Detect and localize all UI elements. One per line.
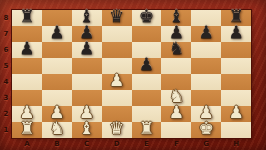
square-c5[interactable] [72,58,102,74]
black-pawn-piece: ♟ [12,40,42,57]
file-label-h: H [221,138,251,150]
square-e7[interactable] [132,26,162,42]
square-c8[interactable]: ♝ [72,10,102,26]
square-h3[interactable] [221,90,251,106]
square-a2[interactable]: ♟ [12,106,42,122]
white-knight-piece: ♞ [161,88,191,105]
black-queen-piece: ♛ [102,8,132,25]
black-pawn-piece: ♟ [161,24,191,41]
square-e5[interactable]: ♟ [132,58,162,74]
square-d7[interactable] [102,26,132,42]
square-f8[interactable]: ♝ [161,10,191,26]
square-h4[interactable] [221,74,251,90]
black-bishop-piece: ♝ [161,8,191,25]
square-e8[interactable]: ♚ [132,10,162,26]
square-g6[interactable] [191,42,221,58]
white-rook-piece: ♜ [132,120,162,137]
square-h5[interactable] [221,58,251,74]
square-f2[interactable]: ♟ [161,106,191,122]
square-a4[interactable] [12,74,42,90]
white-knight-piece: ♞ [42,120,72,137]
square-g3[interactable] [191,90,221,106]
square-b5[interactable] [42,58,72,74]
square-e3[interactable] [132,90,162,106]
square-f7[interactable]: ♟ [161,26,191,42]
square-g5[interactable] [191,58,221,74]
white-queen-piece: ♛ [102,120,132,137]
black-pawn-piece: ♟ [132,56,162,73]
black-pawn-piece: ♟ [72,40,102,57]
square-c6[interactable]: ♟ [72,42,102,58]
square-a7[interactable] [12,26,42,42]
black-pawn-piece: ♟ [72,24,102,41]
rank-label-3: 3 [0,90,12,106]
square-a5[interactable] [12,58,42,74]
black-rook-piece: ♜ [221,8,251,25]
square-d8[interactable]: ♛ [102,10,132,26]
file-label-c: C [72,138,102,150]
square-h1[interactable] [221,122,251,138]
file-label-a: A [12,138,42,150]
square-e4[interactable] [132,74,162,90]
white-pawn-piece: ♟ [12,104,42,121]
white-pawn-piece: ♟ [191,104,221,121]
square-b8[interactable] [42,10,72,26]
black-rook-piece: ♜ [12,8,42,25]
black-pawn-piece: ♟ [42,24,72,41]
square-h8[interactable]: ♜ [221,10,251,26]
square-g1[interactable]: ♚ [191,122,221,138]
square-b3[interactable] [42,90,72,106]
black-knight-piece: ♞ [161,40,191,57]
white-pawn-piece: ♟ [102,72,132,89]
white-pawn-piece: ♟ [72,104,102,121]
square-a6[interactable]: ♟ [12,42,42,58]
rank-label-6: 6 [0,42,12,58]
square-h7[interactable]: ♟ [221,26,251,42]
white-king-piece: ♚ [191,120,221,137]
file-label-g: G [191,138,221,150]
square-d6[interactable] [102,42,132,58]
rank-label-1: 1 [0,122,12,138]
square-e2[interactable] [132,106,162,122]
square-e1[interactable]: ♜ [132,122,162,138]
rank-label-2: 2 [0,106,12,122]
square-d3[interactable] [102,90,132,106]
square-b6[interactable] [42,42,72,58]
rank-label-5: 5 [0,58,12,74]
square-h6[interactable] [221,42,251,58]
board: ♜♝♛♚♝♜♟♟♟♟♟♟♟♞♟♟♞♟♟♟♟♟♟♜♞♝♛♜♚ [12,10,251,138]
white-pawn-piece: ♟ [161,104,191,121]
rank-labels: 87654321 [0,10,12,138]
square-d2[interactable] [102,106,132,122]
white-pawn-piece: ♟ [42,104,72,121]
square-c7[interactable]: ♟ [72,26,102,42]
square-f1[interactable] [161,122,191,138]
file-label-e: E [132,138,162,150]
black-bishop-piece: ♝ [72,8,102,25]
rank-label-4: 4 [0,74,12,90]
square-d4[interactable]: ♟ [102,74,132,90]
square-b7[interactable]: ♟ [42,26,72,42]
black-king-piece: ♚ [132,8,162,25]
square-f4[interactable] [161,74,191,90]
square-g7[interactable]: ♟ [191,26,221,42]
square-c3[interactable] [72,90,102,106]
rank-label-7: 7 [0,26,12,42]
square-f5[interactable] [161,58,191,74]
square-a8[interactable]: ♜ [12,10,42,26]
square-h2[interactable]: ♟ [221,106,251,122]
square-c1[interactable]: ♝ [72,122,102,138]
square-c2[interactable]: ♟ [72,106,102,122]
file-label-f: F [161,138,191,150]
square-d5[interactable] [102,58,132,74]
square-f3[interactable]: ♞ [161,90,191,106]
square-g4[interactable] [191,74,221,90]
file-label-b: B [42,138,72,150]
square-g2[interactable]: ♟ [191,106,221,122]
white-rook-piece: ♜ [12,120,42,137]
square-a1[interactable]: ♜ [12,122,42,138]
chess-board-widget: 87654321 ♜♝♛♚♝♜♟♟♟♟♟♟♟♞♟♟♞♟♟♟♟♟♟♜♞♝♛♜♚ A… [0,0,266,150]
square-b4[interactable] [42,74,72,90]
square-f6[interactable]: ♞ [161,42,191,58]
rank-label-8: 8 [0,10,12,26]
white-bishop-piece: ♝ [72,120,102,137]
white-pawn-piece: ♟ [221,104,251,121]
square-a3[interactable] [12,90,42,106]
black-pawn-piece: ♟ [191,24,221,41]
file-label-d: D [102,138,132,150]
square-g8[interactable] [191,10,221,26]
square-d1[interactable]: ♛ [102,122,132,138]
square-c4[interactable] [72,74,102,90]
black-pawn-piece: ♟ [221,24,251,41]
file-labels: ABCDEFGH [12,138,251,150]
square-b2[interactable]: ♟ [42,106,72,122]
square-e6[interactable] [132,42,162,58]
square-b1[interactable]: ♞ [42,122,72,138]
